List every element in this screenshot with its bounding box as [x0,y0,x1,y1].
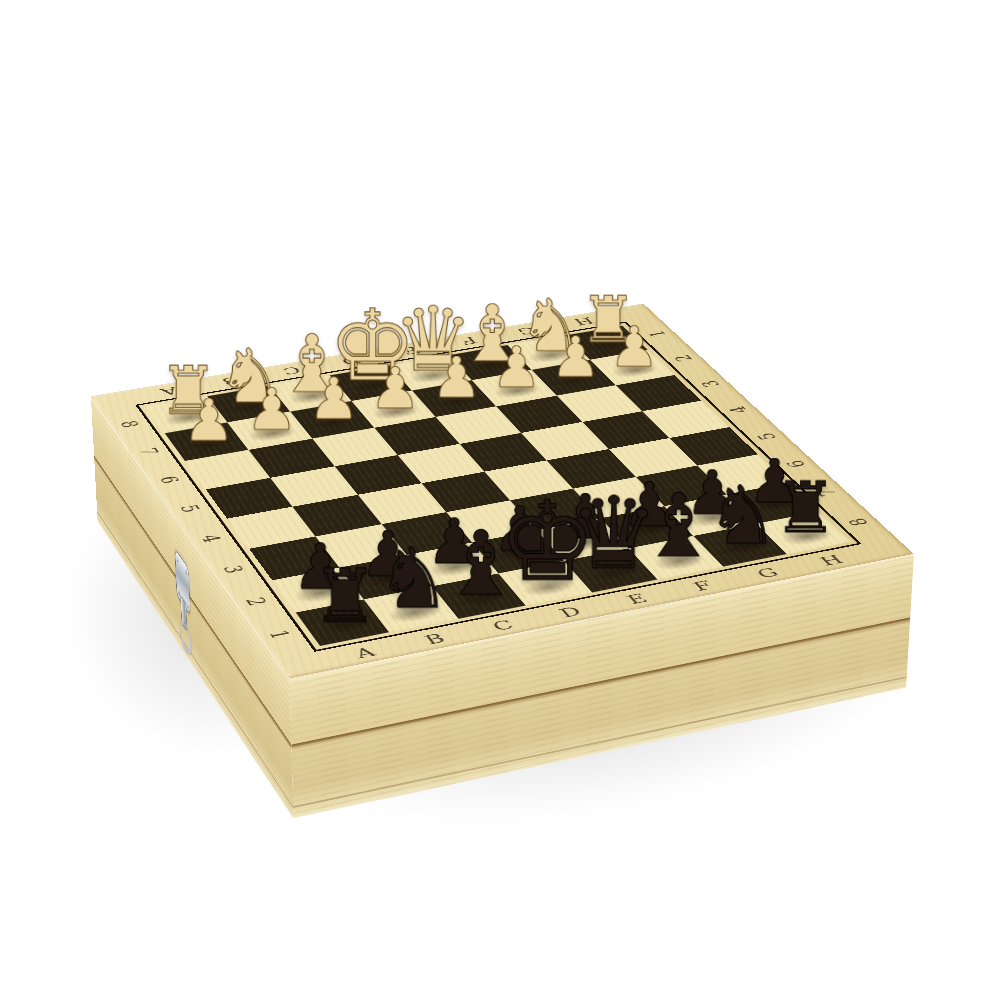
product-photo-stage: ABCDEFGH ABCDEFGH 87654321 12345678 ♜♞♝♚… [0,0,1000,1000]
rank-label-left-1: 1 [264,628,297,641]
rank-label-left-5: 5 [175,503,206,514]
clasp-screw [187,601,189,608]
clasp-screw [177,556,179,563]
file-label-front-F: F [689,578,717,594]
clasp-screw [185,568,187,576]
black-rook[interactable]: ♜ [275,566,415,625]
rank-label-left-2: 2 [240,595,272,607]
square-a7[interactable]: ♟ [165,422,249,460]
file-label-front-B: B [420,630,448,647]
rank-label-left-7: 7 [135,446,165,456]
rank-label-right-5: 5 [752,431,782,441]
file-label-front-C: C [488,617,517,634]
box-bottom-edge-front [293,676,907,808]
file-label-front-A: A [351,644,378,661]
file-label-front-H: H [815,552,847,568]
file-label-front-E: E [623,591,651,607]
clasp [173,545,193,659]
file-label-front-G: G [752,565,782,581]
file-label-front-D: D [555,604,585,621]
rank-label-left-8: 8 [115,419,144,429]
clasp-hook [179,620,194,657]
rank-label-left-4: 4 [196,533,227,544]
white-pawn[interactable]: ♟ [145,398,272,445]
rank-label-right-4: 4 [724,405,753,415]
chess-box: ABCDEFGH ABCDEFGH 87654321 12345678 ♜♞♝♚… [91,303,914,678]
square-a1[interactable]: ♜ [296,599,390,646]
rank-label-left-6: 6 [154,474,184,485]
rank-label-left-3: 3 [218,563,250,575]
rank-label-right-3: 3 [696,379,725,389]
